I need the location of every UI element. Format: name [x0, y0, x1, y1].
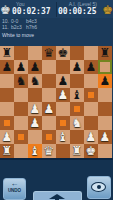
move-number: 11.: [2, 24, 11, 30]
black-king-e8: ♚: [56, 46, 70, 60]
square-h4[interactable]: [98, 102, 112, 116]
drawer-pull-tab[interactable]: [33, 191, 82, 200]
square-f4[interactable]: [70, 102, 84, 116]
eye-button[interactable]: [87, 176, 111, 199]
white-pawn-e5: ♟: [56, 88, 70, 102]
square-f1[interactable]: ♜: [70, 144, 84, 158]
black-bishop-f5: ♝: [70, 88, 84, 102]
square-h7[interactable]: [98, 60, 112, 74]
square-a2[interactable]: ♟: [0, 130, 14, 144]
move-list: 10.0-0b4c3 11.b2c3h7h6 White to move: [2, 18, 111, 46]
square-a8[interactable]: ♜: [0, 46, 14, 60]
square-d3[interactable]: [42, 116, 56, 130]
square-c7[interactable]: ♟: [28, 60, 42, 74]
square-c8[interactable]: [28, 46, 42, 60]
black-knight-c6: ♞: [28, 74, 42, 88]
square-h5[interactable]: [98, 88, 112, 102]
chess-board[interactable]: ♜♛♚♜♟♟♟♟♟♞♞♟♟♟♝♟♟♟♞♟♝♟♟♜♝♛♜♚: [0, 46, 112, 158]
legal-move-marker[interactable]: [88, 92, 94, 98]
left-arrow-icon: ←: [4, 179, 25, 188]
black-pawn-f7: ♟: [70, 60, 84, 74]
black-rook-a8: ♜: [0, 46, 14, 60]
square-e8[interactable]: ♚: [56, 46, 70, 60]
square-f7[interactable]: ♟: [70, 60, 84, 74]
square-h1[interactable]: [98, 144, 112, 158]
black-move: h7h6: [26, 24, 37, 30]
undo-button[interactable]: ← UNDO: [3, 178, 26, 200]
square-b7[interactable]: ♟: [14, 60, 28, 74]
white-knight-f3: ♞: [70, 116, 84, 130]
square-e2[interactable]: ♝: [56, 130, 70, 144]
black-king-icon: ♚: [102, 3, 113, 17]
square-d8[interactable]: ♛: [42, 46, 56, 60]
black-pawn-e6: ♟: [56, 74, 70, 88]
legal-move-marker[interactable]: [4, 120, 10, 126]
legal-move-marker[interactable]: [18, 134, 24, 140]
white-move: b2c3: [11, 24, 26, 30]
black-knight-b6: ♞: [14, 74, 28, 88]
black-rook-h8: ♜: [98, 46, 112, 60]
square-c5[interactable]: [28, 88, 42, 102]
black-pawn-g7: ♟: [84, 60, 98, 74]
square-e4[interactable]: [56, 102, 70, 116]
square-a4[interactable]: [0, 102, 14, 116]
header: ♚ You 00:02:37 A.I. (Level 5) 00:00:25 ♚: [0, 0, 113, 18]
square-a1[interactable]: ♜: [0, 144, 14, 158]
square-b1[interactable]: [14, 144, 28, 158]
move-row: 11.b2c3h7h6: [2, 24, 111, 30]
turn-status: White to move: [2, 32, 111, 38]
square-a3[interactable]: [0, 116, 14, 130]
square-g1[interactable]: ♚: [84, 144, 98, 158]
square-g5[interactable]: [84, 88, 98, 102]
white-clock: 00:02:37: [12, 7, 51, 16]
white-rook-a1: ♜: [0, 144, 14, 158]
legal-move-marker[interactable]: [46, 134, 52, 140]
square-a6[interactable]: [0, 74, 14, 88]
clock-divider: [56, 2, 57, 17]
square-d5[interactable]: [42, 88, 56, 102]
square-d7[interactable]: [42, 60, 56, 74]
black-pawn-b7: ♟: [14, 60, 28, 74]
chess-app-screen: ♚ You 00:02:37 A.I. (Level 5) 00:00:25 ♚…: [0, 0, 113, 200]
legal-move-marker[interactable]: [60, 120, 66, 126]
square-e7[interactable]: [56, 60, 70, 74]
white-pawn-g2: ♟: [84, 130, 98, 144]
up-arrow-icon-stem: [55, 199, 59, 200]
white-pawn-d4: ♟: [42, 102, 56, 116]
white-bishop-c1: ♝: [28, 144, 42, 158]
square-e5[interactable]: ♟: [56, 88, 70, 102]
square-f6[interactable]: [70, 74, 84, 88]
white-rook-f1: ♜: [70, 144, 84, 158]
square-f8[interactable]: [70, 46, 84, 60]
square-h6[interactable]: ♟: [98, 74, 112, 88]
square-c3[interactable]: ♟: [28, 116, 42, 130]
square-d4[interactable]: ♟: [42, 102, 56, 116]
square-b3[interactable]: [14, 116, 28, 130]
square-e6[interactable]: ♟: [56, 74, 70, 88]
square-g4[interactable]: [84, 102, 98, 116]
square-b5[interactable]: [14, 88, 28, 102]
square-e3[interactable]: [56, 116, 70, 130]
black-pawn-h6: ♟: [98, 74, 112, 88]
white-pawn-c3: ♟: [28, 116, 42, 130]
square-e1[interactable]: [56, 144, 70, 158]
black-pawn-a7: ♟: [0, 60, 14, 74]
white-king-g1: ♚: [84, 144, 98, 158]
square-d6[interactable]: [42, 74, 56, 88]
square-b4[interactable]: [14, 102, 28, 116]
square-h3[interactable]: [98, 116, 112, 130]
square-d2[interactable]: [42, 130, 56, 144]
square-f5[interactable]: ♝: [70, 88, 84, 102]
white-king-icon: ♚: [0, 3, 11, 17]
square-c2[interactable]: [28, 130, 42, 144]
square-g7[interactable]: ♟: [84, 60, 98, 74]
square-b8[interactable]: [14, 46, 28, 60]
undo-button-label: UNDO: [4, 188, 25, 194]
eye-icon: [91, 182, 106, 192]
square-b6[interactable]: ♞: [14, 74, 28, 88]
square-g8[interactable]: [84, 46, 98, 60]
bottom-bar: ← UNDO: [0, 158, 113, 200]
eye-pupil: [97, 185, 101, 189]
legal-move-marker[interactable]: [74, 106, 80, 112]
square-c6[interactable]: ♞: [28, 74, 42, 88]
square-f3[interactable]: ♞: [70, 116, 84, 130]
square-g2[interactable]: ♟: [84, 130, 98, 144]
square-f2[interactable]: [70, 130, 84, 144]
square-c1[interactable]: ♝: [28, 144, 42, 158]
square-g6[interactable]: [84, 74, 98, 88]
square-h2[interactable]: ♟: [98, 130, 112, 144]
square-h8[interactable]: ♜: [98, 46, 112, 60]
black-pawn-c7: ♟: [28, 60, 42, 74]
white-queen-d1: ♛: [42, 144, 56, 158]
square-b2[interactable]: [14, 130, 28, 144]
square-g3[interactable]: [84, 116, 98, 130]
white-pawn-h2: ♟: [98, 130, 112, 144]
white-pawn-c4: ♟: [28, 102, 42, 116]
square-d1[interactable]: ♛: [42, 144, 56, 158]
white-pawn-a2: ♟: [0, 130, 14, 144]
white-bishop-e2: ♝: [56, 130, 70, 144]
black-queen-d8: ♛: [42, 46, 56, 60]
square-a5[interactable]: [0, 88, 14, 102]
black-clock: 00:00:25: [58, 7, 97, 16]
square-a7[interactable]: ♟: [0, 60, 14, 74]
square-c4[interactable]: ♟: [28, 102, 42, 116]
